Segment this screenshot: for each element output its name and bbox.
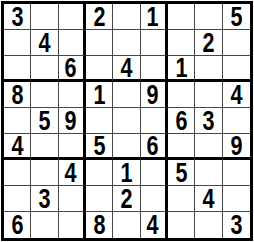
cell-digit: 9 xyxy=(147,82,159,108)
cell-r1c8[interactable] xyxy=(195,4,222,30)
cell-r6c3[interactable] xyxy=(59,134,86,160)
cell-digit: 8 xyxy=(93,212,105,238)
cell-r1c3[interactable] xyxy=(59,4,86,30)
cell-r5c3[interactable]: 9 xyxy=(59,108,86,134)
cell-digit: 6 xyxy=(11,212,23,238)
cell-r7c5[interactable]: 1 xyxy=(113,160,140,186)
cell-r2c6[interactable] xyxy=(141,30,168,56)
cell-digit: 3 xyxy=(202,108,214,134)
cell-r3c8[interactable] xyxy=(195,56,222,82)
cell-r9c8[interactable] xyxy=(195,212,222,238)
cell-r3c3[interactable]: 6 xyxy=(59,56,86,82)
cell-r3c5[interactable]: 4 xyxy=(113,56,140,82)
cell-r3c2[interactable] xyxy=(31,56,58,82)
cell-r2c7[interactable] xyxy=(168,30,195,56)
cell-r6c1[interactable]: 4 xyxy=(4,134,31,160)
cell-digit: 1 xyxy=(120,160,132,186)
cell-r1c7[interactable] xyxy=(168,4,195,30)
cell-r4c1[interactable]: 8 xyxy=(4,82,31,108)
cell-r1c1[interactable]: 3 xyxy=(4,4,31,30)
cell-r3c7[interactable]: 1 xyxy=(168,56,195,82)
cell-digit: 6 xyxy=(147,134,159,160)
cell-r4c2[interactable] xyxy=(31,82,58,108)
cell-r8c7[interactable] xyxy=(168,186,195,212)
cell-r8c8[interactable]: 4 xyxy=(195,186,222,212)
cell-r8c9[interactable] xyxy=(223,186,250,212)
cell-r1c2[interactable] xyxy=(31,4,58,30)
cell-r8c5[interactable]: 2 xyxy=(113,186,140,212)
cell-r6c5[interactable] xyxy=(113,134,140,160)
cell-r7c9[interactable] xyxy=(223,160,250,186)
cell-digit: 4 xyxy=(202,186,214,212)
cell-digit: 2 xyxy=(93,4,105,30)
cell-digit: 5 xyxy=(230,4,242,30)
cell-digit: 4 xyxy=(120,56,132,82)
cell-digit: 6 xyxy=(65,56,77,82)
cell-r2c3[interactable] xyxy=(59,30,86,56)
cell-r1c4[interactable]: 2 xyxy=(86,4,113,30)
cell-r7c8[interactable] xyxy=(195,160,222,186)
cell-r8c3[interactable] xyxy=(59,186,86,212)
cell-r6c8[interactable] xyxy=(195,134,222,160)
cell-r2c5[interactable] xyxy=(113,30,140,56)
cell-digit: 5 xyxy=(175,160,187,186)
cell-digit: 3 xyxy=(230,212,242,238)
cell-r2c2[interactable]: 4 xyxy=(31,30,58,56)
cell-r4c3[interactable] xyxy=(59,82,86,108)
cell-r3c9[interactable] xyxy=(223,56,250,82)
cell-digit: 1 xyxy=(175,56,187,82)
cell-r5c9[interactable] xyxy=(223,108,250,134)
cell-r3c4[interactable] xyxy=(86,56,113,82)
cell-r3c6[interactable] xyxy=(141,56,168,82)
cell-r5c4[interactable] xyxy=(86,108,113,134)
cell-r4c4[interactable]: 1 xyxy=(86,82,113,108)
cell-r9c6[interactable]: 4 xyxy=(141,212,168,238)
cell-r8c6[interactable] xyxy=(141,186,168,212)
cell-r5c7[interactable]: 6 xyxy=(168,108,195,134)
cell-r2c9[interactable] xyxy=(223,30,250,56)
cell-r4c8[interactable] xyxy=(195,82,222,108)
cell-r6c7[interactable] xyxy=(168,134,195,160)
cell-digit: 5 xyxy=(38,108,50,134)
cell-digit: 3 xyxy=(38,186,50,212)
cell-r1c6[interactable]: 1 xyxy=(141,4,168,30)
cell-digit: 2 xyxy=(120,186,132,212)
cell-r7c3[interactable]: 4 xyxy=(59,160,86,186)
cell-r6c6[interactable]: 6 xyxy=(141,134,168,160)
cell-r7c6[interactable] xyxy=(141,160,168,186)
cell-r9c2[interactable] xyxy=(31,212,58,238)
cell-r9c4[interactable]: 8 xyxy=(86,212,113,238)
cell-r9c9[interactable]: 3 xyxy=(223,212,250,238)
cell-r8c1[interactable] xyxy=(4,186,31,212)
cell-r2c4[interactable] xyxy=(86,30,113,56)
cell-r4c9[interactable]: 4 xyxy=(223,82,250,108)
cell-r2c8[interactable]: 2 xyxy=(195,30,222,56)
cell-r6c9[interactable]: 9 xyxy=(223,134,250,160)
cell-r4c5[interactable] xyxy=(113,82,140,108)
cell-digit: 4 xyxy=(11,134,23,160)
cell-r9c7[interactable] xyxy=(168,212,195,238)
cell-r8c4[interactable] xyxy=(86,186,113,212)
sudoku-board: 3215426418194596345694153246843 xyxy=(1,1,253,241)
cell-digit: 6 xyxy=(175,108,187,134)
cell-r7c2[interactable] xyxy=(31,160,58,186)
cell-r5c8[interactable]: 3 xyxy=(195,108,222,134)
cell-r9c3[interactable] xyxy=(59,212,86,238)
cell-digit: 4 xyxy=(38,30,50,56)
cell-r2c1[interactable] xyxy=(4,30,31,56)
cell-r4c6[interactable]: 9 xyxy=(141,82,168,108)
cell-digit: 4 xyxy=(65,160,77,186)
cell-r6c2[interactable] xyxy=(31,134,58,160)
page-background: 3215426418194596345694153246843 xyxy=(0,0,254,242)
cell-r8c2[interactable]: 3 xyxy=(31,186,58,212)
cell-digit: 9 xyxy=(65,108,77,134)
cell-digit: 2 xyxy=(202,30,214,56)
cell-r7c4[interactable] xyxy=(86,160,113,186)
cell-r9c5[interactable] xyxy=(113,212,140,238)
cell-r7c1[interactable] xyxy=(4,160,31,186)
cell-r5c2[interactable]: 5 xyxy=(31,108,58,134)
cell-r9c1[interactable]: 6 xyxy=(4,212,31,238)
cell-digit: 3 xyxy=(11,4,23,30)
cell-r5c6[interactable] xyxy=(141,108,168,134)
cell-digit: 4 xyxy=(147,212,159,238)
cell-digit: 4 xyxy=(230,82,242,108)
cell-r1c5[interactable] xyxy=(113,4,140,30)
cell-r3c1[interactable] xyxy=(4,56,31,82)
cell-digit: 1 xyxy=(147,4,159,30)
cell-digit: 8 xyxy=(11,82,23,108)
cell-r5c1[interactable] xyxy=(4,108,31,134)
cell-digit: 9 xyxy=(230,134,242,160)
cell-digit: 5 xyxy=(93,134,105,160)
cell-r7c7[interactable]: 5 xyxy=(168,160,195,186)
cell-r5c5[interactable] xyxy=(113,108,140,134)
cell-r1c9[interactable]: 5 xyxy=(223,4,250,30)
cell-r4c7[interactable] xyxy=(168,82,195,108)
cell-digit: 1 xyxy=(93,82,105,108)
cell-r6c4[interactable]: 5 xyxy=(86,134,113,160)
